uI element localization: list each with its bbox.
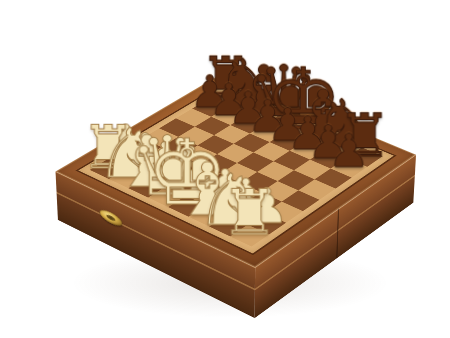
case-fold-seam — [336, 209, 339, 259]
black-pawn-glyph: ♟ — [328, 128, 369, 174]
square-h6[interactable] — [315, 169, 352, 189]
photo-scene: ♜♞♝♛♚♝♞♜♟♟♟♟♟♟♟♟♟♟♟♟♟♟♟♟♜♞♝♛♚♝♞♜ — [0, 0, 450, 338]
brass-latch — [99, 207, 122, 229]
chess-board-case: ♜♞♝♛♚♝♞♜♟♟♟♟♟♟♟♟♟♟♟♟♟♟♟♟♜♞♝♛♚♝♞♜ — [56, 74, 417, 268]
square-h5[interactable] — [298, 179, 335, 199]
white-rook-glyph: ♜ — [221, 181, 278, 245]
